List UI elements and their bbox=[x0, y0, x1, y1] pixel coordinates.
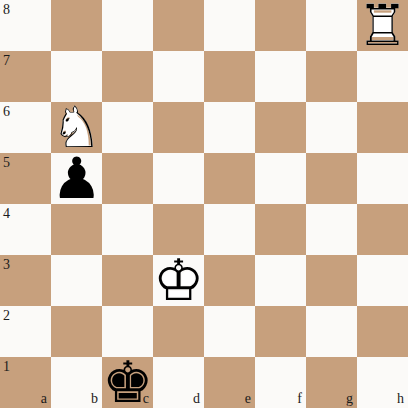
square-d5[interactable] bbox=[153, 153, 204, 204]
square-h2[interactable] bbox=[357, 306, 408, 357]
file-label-a: a bbox=[41, 392, 47, 406]
square-c4[interactable] bbox=[102, 204, 153, 255]
square-f6[interactable] bbox=[255, 102, 306, 153]
file-label-h: h bbox=[397, 392, 404, 406]
square-e7[interactable] bbox=[204, 51, 255, 102]
square-g2[interactable] bbox=[306, 306, 357, 357]
piece-white-rook[interactable]: ♜♖ bbox=[357, 0, 408, 51]
square-h7[interactable] bbox=[357, 51, 408, 102]
square-e8[interactable] bbox=[204, 0, 255, 51]
square-c1[interactable]: c♚ bbox=[102, 357, 153, 408]
square-d8[interactable] bbox=[153, 0, 204, 51]
square-g5[interactable] bbox=[306, 153, 357, 204]
square-d7[interactable] bbox=[153, 51, 204, 102]
square-e5[interactable] bbox=[204, 153, 255, 204]
square-f5[interactable] bbox=[255, 153, 306, 204]
square-a6[interactable]: 6 bbox=[0, 102, 51, 153]
rank-label-2: 2 bbox=[3, 309, 10, 323]
square-c5[interactable] bbox=[102, 153, 153, 204]
square-e2[interactable] bbox=[204, 306, 255, 357]
square-c8[interactable] bbox=[102, 0, 153, 51]
square-e6[interactable] bbox=[204, 102, 255, 153]
file-label-g: g bbox=[346, 392, 353, 406]
white-rook-icon: ♖ bbox=[357, 0, 408, 51]
square-h3[interactable] bbox=[357, 255, 408, 306]
square-c7[interactable] bbox=[102, 51, 153, 102]
white-king-icon: ♔ bbox=[153, 255, 204, 306]
square-f3[interactable] bbox=[255, 255, 306, 306]
piece-black-king[interactable]: ♚ bbox=[102, 357, 153, 408]
rank-label-8: 8 bbox=[3, 3, 10, 17]
square-b8[interactable] bbox=[51, 0, 102, 51]
square-d3[interactable]: ♚♔ bbox=[153, 255, 204, 306]
rank-label-6: 6 bbox=[3, 105, 10, 119]
file-label-d: d bbox=[193, 392, 200, 406]
square-b3[interactable] bbox=[51, 255, 102, 306]
square-g3[interactable] bbox=[306, 255, 357, 306]
square-a1[interactable]: 1a bbox=[0, 357, 51, 408]
rank-label-1: 1 bbox=[3, 360, 10, 374]
piece-white-king[interactable]: ♚♔ bbox=[153, 255, 204, 306]
square-a3[interactable]: 3 bbox=[0, 255, 51, 306]
square-c6[interactable] bbox=[102, 102, 153, 153]
black-pawn-icon: ♟ bbox=[51, 153, 102, 204]
square-d1[interactable]: d bbox=[153, 357, 204, 408]
square-a2[interactable]: 2 bbox=[0, 306, 51, 357]
square-h6[interactable] bbox=[357, 102, 408, 153]
square-h8[interactable]: ♜♖ bbox=[357, 0, 408, 51]
square-b2[interactable] bbox=[51, 306, 102, 357]
piece-black-pawn[interactable]: ♟ bbox=[51, 153, 102, 204]
file-label-b: b bbox=[91, 392, 98, 406]
square-f7[interactable] bbox=[255, 51, 306, 102]
square-c3[interactable] bbox=[102, 255, 153, 306]
rank-label-5: 5 bbox=[3, 156, 10, 170]
square-h4[interactable] bbox=[357, 204, 408, 255]
square-e1[interactable]: e bbox=[204, 357, 255, 408]
square-f1[interactable]: f bbox=[255, 357, 306, 408]
rank-label-3: 3 bbox=[3, 258, 10, 272]
square-d6[interactable] bbox=[153, 102, 204, 153]
rank-label-7: 7 bbox=[3, 54, 10, 68]
black-king-icon: ♚ bbox=[102, 357, 153, 408]
square-g1[interactable]: g bbox=[306, 357, 357, 408]
square-h5[interactable] bbox=[357, 153, 408, 204]
rank-label-4: 4 bbox=[3, 207, 10, 221]
square-f8[interactable] bbox=[255, 0, 306, 51]
square-f2[interactable] bbox=[255, 306, 306, 357]
square-e4[interactable] bbox=[204, 204, 255, 255]
square-a5[interactable]: 5 bbox=[0, 153, 51, 204]
file-label-f: f bbox=[297, 392, 302, 406]
square-a4[interactable]: 4 bbox=[0, 204, 51, 255]
square-g8[interactable] bbox=[306, 0, 357, 51]
square-g7[interactable] bbox=[306, 51, 357, 102]
square-f4[interactable] bbox=[255, 204, 306, 255]
square-g4[interactable] bbox=[306, 204, 357, 255]
square-a8[interactable]: 8 bbox=[0, 0, 51, 51]
square-b1[interactable]: b bbox=[51, 357, 102, 408]
square-b5[interactable]: ♟ bbox=[51, 153, 102, 204]
square-b4[interactable] bbox=[51, 204, 102, 255]
square-a7[interactable]: 7 bbox=[0, 51, 51, 102]
square-d2[interactable] bbox=[153, 306, 204, 357]
chess-board: 8♜♖76♞♘5♟43♚♔21abc♚defgh bbox=[0, 0, 408, 408]
square-e3[interactable] bbox=[204, 255, 255, 306]
file-label-e: e bbox=[245, 392, 251, 406]
square-g6[interactable] bbox=[306, 102, 357, 153]
square-h1[interactable]: h bbox=[357, 357, 408, 408]
